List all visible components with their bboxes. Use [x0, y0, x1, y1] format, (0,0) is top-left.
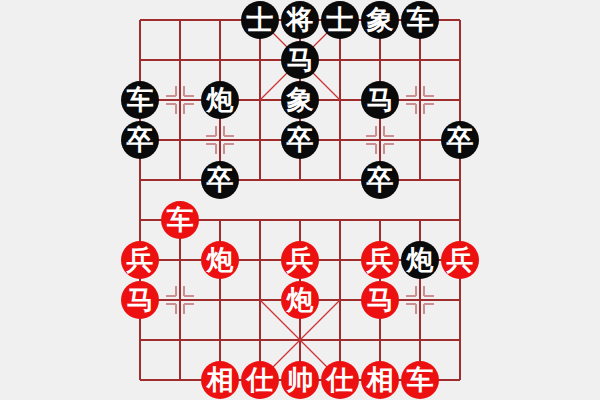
- piece-red-cannon[interactable]: 炮: [201, 241, 239, 279]
- piece-black-soldier[interactable]: 卒: [441, 121, 479, 159]
- piece-red-chariot[interactable]: 车: [161, 201, 199, 239]
- piece-red-advisor[interactable]: 仕: [241, 361, 279, 399]
- piece-black-chariot[interactable]: 车: [401, 1, 439, 39]
- piece-black-soldier[interactable]: 卒: [121, 121, 159, 159]
- piece-red-general[interactable]: 帅: [281, 361, 319, 399]
- xiangqi-board: 士将士象车马车炮象马卒卒卒卒卒车兵炮兵兵炮兵马炮马相仕帅仕相车: [0, 0, 600, 400]
- piece-black-cannon[interactable]: 炮: [401, 241, 439, 279]
- piece-black-soldier[interactable]: 卒: [361, 161, 399, 199]
- piece-black-soldier[interactable]: 卒: [201, 161, 239, 199]
- piece-black-cannon[interactable]: 炮: [201, 81, 239, 119]
- piece-red-horse[interactable]: 马: [361, 281, 399, 319]
- piece-black-advisor[interactable]: 士: [321, 1, 359, 39]
- piece-black-advisor[interactable]: 士: [241, 1, 279, 39]
- piece-black-elephant[interactable]: 象: [361, 1, 399, 39]
- piece-red-soldier[interactable]: 兵: [441, 241, 479, 279]
- piece-black-chariot[interactable]: 车: [121, 81, 159, 119]
- piece-red-elephant[interactable]: 相: [361, 361, 399, 399]
- piece-black-horse[interactable]: 马: [361, 81, 399, 119]
- piece-red-advisor[interactable]: 仕: [321, 361, 359, 399]
- piece-red-soldier[interactable]: 兵: [361, 241, 399, 279]
- piece-black-elephant[interactable]: 象: [281, 81, 319, 119]
- piece-red-chariot[interactable]: 车: [401, 361, 439, 399]
- piece-black-soldier[interactable]: 卒: [281, 121, 319, 159]
- piece-red-horse[interactable]: 马: [121, 281, 159, 319]
- piece-red-soldier[interactable]: 兵: [121, 241, 159, 279]
- pieces-grid[interactable]: 士将士象车马车炮象马卒卒卒卒卒车兵炮兵兵炮兵马炮马相仕帅仕相车: [120, 0, 480, 400]
- piece-red-elephant[interactable]: 相: [201, 361, 239, 399]
- piece-red-soldier[interactable]: 兵: [281, 241, 319, 279]
- piece-black-general[interactable]: 将: [281, 1, 319, 39]
- piece-red-cannon[interactable]: 炮: [281, 281, 319, 319]
- piece-black-horse[interactable]: 马: [281, 41, 319, 79]
